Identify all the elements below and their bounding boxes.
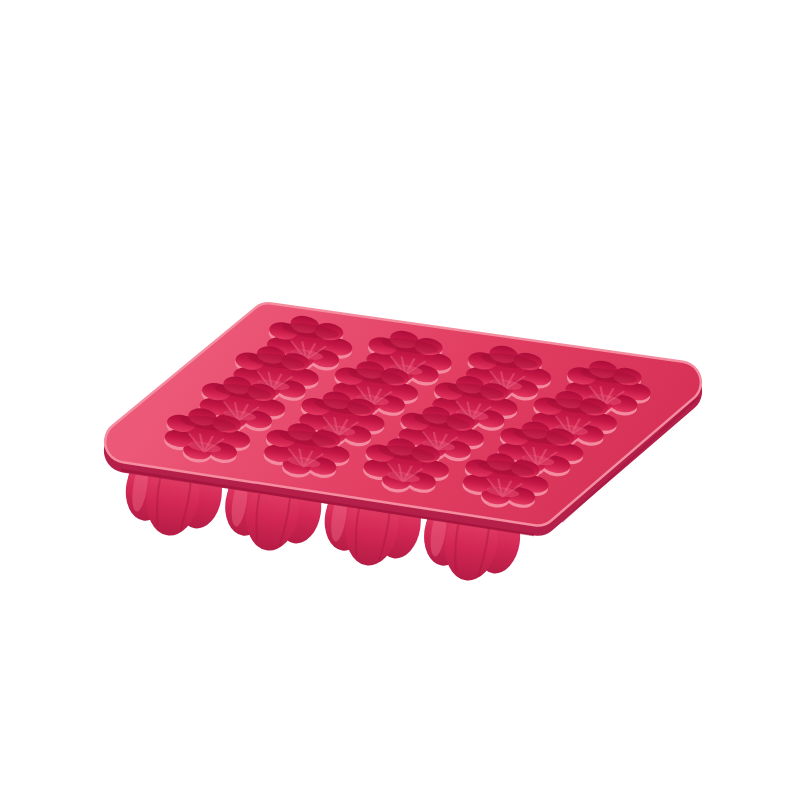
product-photo [0, 0, 800, 800]
ice-cube-tray [120, 311, 699, 587]
silicone-mold-scene [0, 0, 800, 800]
